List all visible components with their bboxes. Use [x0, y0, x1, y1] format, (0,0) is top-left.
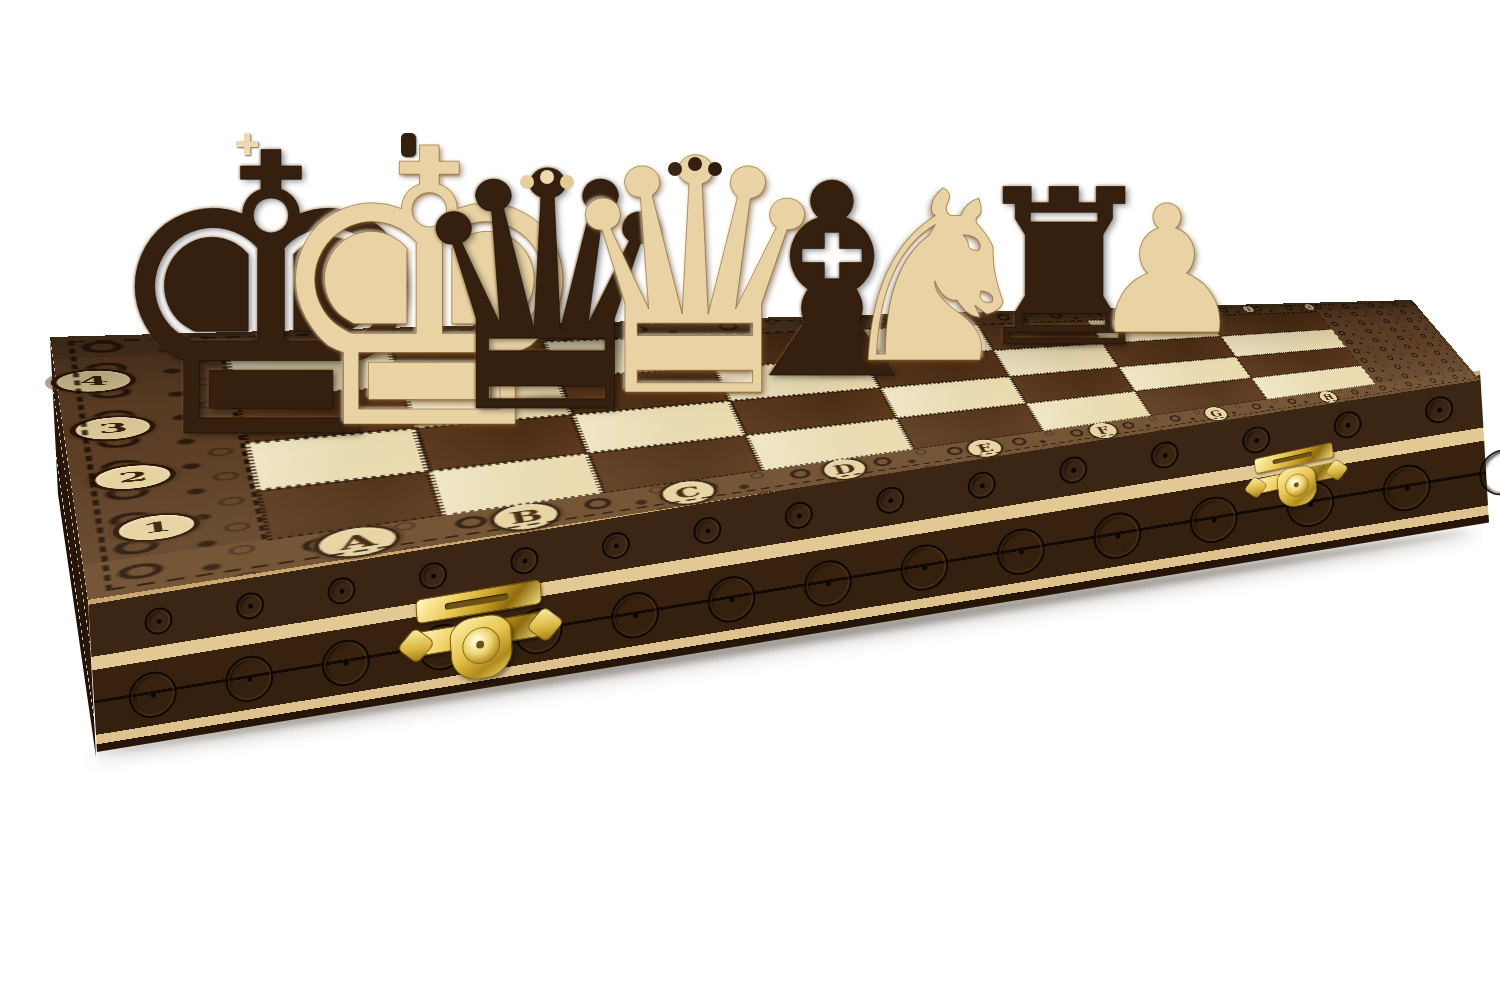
stamp-ring-small	[967, 470, 996, 501]
stamp-ring-small	[876, 485, 905, 516]
stamp-ring-left	[73, 545, 77, 588]
stamp-ring-large	[706, 573, 756, 626]
latch-slot	[1272, 452, 1312, 465]
stamp-ring-small	[601, 530, 630, 561]
stamp-ring-small	[144, 605, 173, 636]
stamp-ring-large	[1189, 493, 1239, 546]
stamp-ring-large	[321, 636, 371, 689]
stamp-ring-left	[81, 599, 85, 642]
stamp-ring-small	[693, 515, 722, 546]
stamp-ring-small	[235, 590, 264, 621]
stamp-ring-large	[224, 652, 274, 705]
stamp-ring-small	[327, 575, 356, 606]
piece-light-pawn: ♟	[1017, 183, 1317, 312]
stamp-ring-small	[510, 545, 539, 576]
stamp-ring-small	[1059, 455, 1088, 486]
stamp-ring-large	[1478, 445, 1500, 498]
product-photo-stage: 21 1234 ABCDEFGH ♚✚♚♛♛♝♞♜♟	[0, 0, 1500, 1000]
latch-slot	[445, 593, 509, 610]
stamp-ring-large	[1092, 509, 1142, 562]
stamp-ring-small	[1150, 439, 1179, 470]
stamp-ring-large	[1381, 461, 1431, 514]
stamp-ring-large	[996, 525, 1046, 578]
stamp-ring-small	[1242, 424, 1271, 455]
stamp-ring-large	[610, 589, 660, 642]
stamp-ring-left	[57, 436, 61, 479]
stamp-ring-left	[65, 491, 69, 534]
stamp-ring-small	[418, 560, 447, 591]
light-pawn-glyph: ♟	[1088, 183, 1247, 360]
dark-king-finial: ✚	[234, 130, 259, 160]
stamp-ring-large	[899, 541, 949, 594]
stamp-ring-small	[784, 500, 813, 531]
stamp-ring-small	[1333, 409, 1362, 440]
stamp-ring-small	[1424, 394, 1453, 425]
stamp-ring-large	[803, 557, 853, 610]
stamp-ring-large	[128, 668, 178, 721]
